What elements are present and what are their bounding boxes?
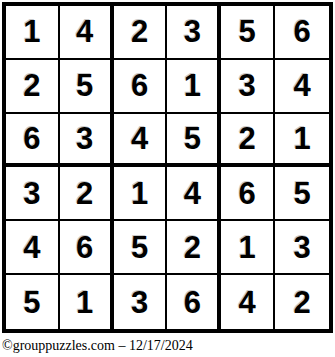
cell-r5c4: 2: [167, 221, 221, 275]
cell-r3c3: 4: [114, 114, 168, 168]
cell-r2c6: 4: [275, 60, 329, 114]
cell-r5c6: 3: [275, 221, 329, 275]
cell-r6c2: 1: [60, 275, 114, 329]
cell-r1c5: 5: [221, 6, 275, 60]
cell-r4c2: 2: [60, 167, 114, 221]
sudoku-board: 142356256134634521321465465213513642: [2, 2, 333, 333]
cell-r3c1: 6: [6, 114, 60, 168]
cell-r1c6: 6: [275, 6, 329, 60]
cell-r6c1: 5: [6, 275, 60, 329]
cell-r5c5: 1: [221, 221, 275, 275]
cell-r4c5: 6: [221, 167, 275, 221]
cell-r1c4: 3: [167, 6, 221, 60]
cell-r4c6: 5: [275, 167, 329, 221]
cell-r1c3: 2: [114, 6, 168, 60]
cell-r3c6: 1: [275, 114, 329, 168]
cell-r2c5: 3: [221, 60, 275, 114]
cell-r5c3: 5: [114, 221, 168, 275]
cell-r2c3: 6: [114, 60, 168, 114]
cell-r3c2: 3: [60, 114, 114, 168]
cell-r3c5: 2: [221, 114, 275, 168]
cell-r2c4: 1: [167, 60, 221, 114]
credit-line: ©grouppuzzles.com – 12/17/2024: [2, 339, 193, 353]
cell-r6c5: 4: [221, 275, 275, 329]
cell-r4c1: 3: [6, 167, 60, 221]
cell-r6c3: 3: [114, 275, 168, 329]
cell-r1c2: 4: [60, 6, 114, 60]
cell-r5c2: 6: [60, 221, 114, 275]
cell-r1c1: 1: [6, 6, 60, 60]
cell-r6c4: 6: [167, 275, 221, 329]
cell-r5c1: 4: [6, 221, 60, 275]
cell-r6c6: 2: [275, 275, 329, 329]
cell-r4c4: 4: [167, 167, 221, 221]
cell-r2c2: 5: [60, 60, 114, 114]
cell-r4c3: 1: [114, 167, 168, 221]
cell-r2c1: 2: [6, 60, 60, 114]
cell-r3c4: 5: [167, 114, 221, 168]
